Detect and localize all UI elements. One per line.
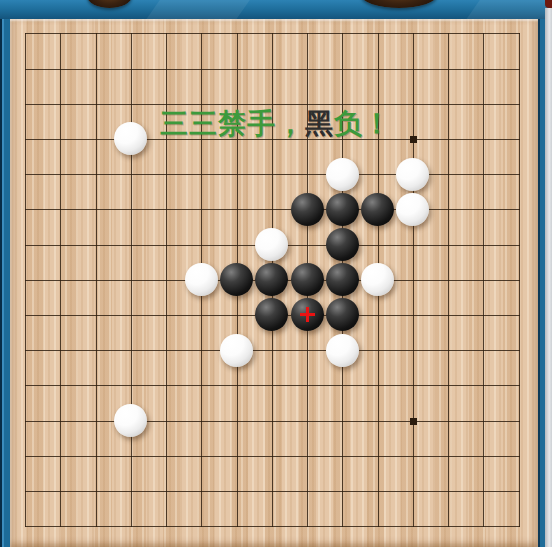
stone-black xyxy=(255,263,288,296)
grid-line-horizontal xyxy=(25,350,520,351)
grid-line-horizontal xyxy=(25,491,520,492)
stone-white xyxy=(114,122,147,155)
stone-white xyxy=(114,404,147,437)
result-message: 三三禁手，黑负！ xyxy=(160,105,392,143)
stone-black xyxy=(326,228,359,261)
stone-white xyxy=(396,158,429,191)
last-move-marker xyxy=(300,307,315,322)
stone-white xyxy=(326,334,359,367)
grid-line-horizontal xyxy=(25,456,520,457)
message-part: 三三禁手， xyxy=(160,108,305,139)
star-point xyxy=(410,418,417,425)
frame-right-edge xyxy=(538,19,545,547)
grid-line-horizontal xyxy=(25,526,520,527)
grid-line-vertical xyxy=(519,33,520,527)
board-layer xyxy=(0,0,552,547)
grid-line-vertical xyxy=(483,33,484,527)
stone-white xyxy=(396,193,429,226)
grid-line-horizontal xyxy=(25,385,520,386)
stone-white xyxy=(326,158,359,191)
stone-black xyxy=(255,298,288,331)
grid-line-vertical xyxy=(448,33,449,527)
message-part: 负！ xyxy=(334,108,392,139)
last-move-marker-bar xyxy=(306,307,309,322)
stone-white xyxy=(185,263,218,296)
grid-line-horizontal xyxy=(25,421,520,422)
gomoku-window: 三三禁手，黑负！ xyxy=(0,0,552,547)
stone-black xyxy=(326,298,359,331)
window-right-border xyxy=(545,8,552,547)
stone-white xyxy=(220,334,253,367)
stone-black xyxy=(220,263,253,296)
stone-black xyxy=(291,263,324,296)
stone-white xyxy=(255,228,288,261)
stone-black xyxy=(326,263,359,296)
stone-white xyxy=(361,263,394,296)
grid-line-vertical xyxy=(413,33,414,527)
message-part: 黑 xyxy=(305,108,334,139)
star-point xyxy=(410,136,417,143)
stone-black xyxy=(291,193,324,226)
stone-black xyxy=(361,193,394,226)
stone-black xyxy=(326,193,359,226)
